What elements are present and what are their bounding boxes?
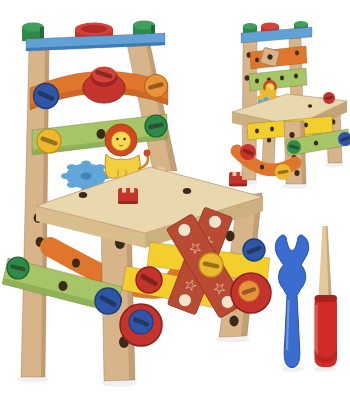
bolt-blue-leg-left — [95, 288, 121, 314]
bolt-green-backrest — [145, 115, 167, 137]
cross-bolt-yellow — [199, 253, 223, 277]
bolt-green-leg — [7, 257, 29, 279]
bolt-yellow-backrest — [37, 129, 61, 153]
toy-wrench — [275, 235, 308, 367]
screwdriver-shaft — [319, 226, 332, 296]
backrest-right-post — [127, 44, 177, 171]
wheel-nut-right — [231, 273, 271, 313]
main-chair: ☆ ☆ ☆ ☆ — [2, 21, 271, 382]
wheel-nut-left — [120, 304, 162, 346]
bolt-blue-backrest — [34, 84, 59, 109]
mini-seat-red-bolt — [323, 92, 335, 104]
bolt-red-yellow-plank — [136, 267, 162, 293]
toy-screwdriver — [315, 226, 338, 367]
toy-chair-scene: ☆ ☆ ☆ ☆ — [0, 0, 350, 400]
mini-chair — [232, 21, 350, 184]
screwdriver-handle — [315, 295, 338, 367]
bolt-orange-backrest — [145, 75, 168, 98]
bolt-blue-yellow-plank — [243, 239, 265, 261]
nut-red-front — [118, 188, 138, 205]
product-image: ☆ ☆ ☆ ☆ — [0, 0, 350, 400]
